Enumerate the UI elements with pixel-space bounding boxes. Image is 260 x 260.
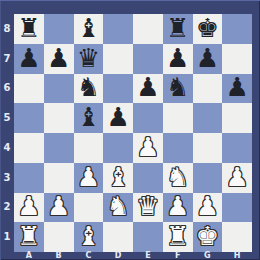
square-b1[interactable] bbox=[44, 222, 74, 252]
piece-white-knight: ♞ bbox=[106, 193, 129, 219]
square-h2[interactable] bbox=[222, 193, 252, 223]
square-e5[interactable] bbox=[133, 103, 163, 133]
square-c7[interactable]: ♛ bbox=[74, 44, 104, 74]
rank-label-2: 2 bbox=[0, 193, 14, 223]
square-d2[interactable]: ♞ bbox=[103, 193, 133, 223]
square-f2[interactable]: ♟ bbox=[163, 193, 193, 223]
piece-white-pawn: ♟ bbox=[196, 193, 219, 219]
square-a4[interactable] bbox=[14, 133, 44, 163]
piece-white-pawn: ♟ bbox=[136, 134, 159, 160]
piece-black-bishop: ♝ bbox=[77, 104, 100, 130]
piece-black-knight: ♞ bbox=[77, 74, 100, 100]
piece-black-pawn: ♟ bbox=[166, 45, 189, 71]
piece-black-king: ♚ bbox=[196, 15, 219, 41]
square-d6[interactable] bbox=[103, 74, 133, 104]
piece-white-pawn: ♟ bbox=[225, 164, 248, 190]
square-g3[interactable] bbox=[193, 163, 223, 193]
piece-white-bishop: ♝ bbox=[106, 164, 129, 190]
square-f4[interactable] bbox=[163, 133, 193, 163]
file-label-b: B bbox=[44, 251, 74, 260]
rank-label-1: 1 bbox=[0, 222, 14, 252]
square-h3[interactable]: ♟ bbox=[222, 163, 252, 193]
square-c5[interactable]: ♝ bbox=[74, 103, 104, 133]
piece-white-pawn: ♟ bbox=[166, 193, 189, 219]
rank-label-8: 8 bbox=[0, 14, 14, 44]
square-h1[interactable] bbox=[222, 222, 252, 252]
file-label-f: F bbox=[163, 251, 193, 260]
piece-white-pawn: ♟ bbox=[17, 193, 40, 219]
square-b8[interactable] bbox=[44, 14, 74, 44]
piece-black-knight: ♞ bbox=[166, 74, 189, 100]
piece-black-pawn: ♟ bbox=[17, 45, 40, 71]
square-f6[interactable]: ♞ bbox=[163, 74, 193, 104]
square-f8[interactable]: ♜ bbox=[163, 14, 193, 44]
square-b7[interactable]: ♟ bbox=[44, 44, 74, 74]
square-a8[interactable]: ♜ bbox=[14, 14, 44, 44]
square-c4[interactable] bbox=[74, 133, 104, 163]
square-f5[interactable] bbox=[163, 103, 193, 133]
square-d3[interactable]: ♝ bbox=[103, 163, 133, 193]
square-d7[interactable] bbox=[103, 44, 133, 74]
square-b4[interactable] bbox=[44, 133, 74, 163]
rank-label-7: 7 bbox=[0, 44, 14, 74]
square-f1[interactable]: ♜ bbox=[163, 222, 193, 252]
square-e8[interactable] bbox=[133, 14, 163, 44]
square-g7[interactable]: ♟ bbox=[193, 44, 223, 74]
square-h5[interactable] bbox=[222, 103, 252, 133]
square-h4[interactable] bbox=[222, 133, 252, 163]
square-g1[interactable]: ♚ bbox=[193, 222, 223, 252]
square-a7[interactable]: ♟ bbox=[14, 44, 44, 74]
square-h7[interactable] bbox=[222, 44, 252, 74]
file-label-a: A bbox=[14, 251, 44, 260]
square-b5[interactable] bbox=[44, 103, 74, 133]
piece-black-pawn: ♟ bbox=[106, 104, 129, 130]
square-c1[interactable]: ♝ bbox=[74, 222, 104, 252]
square-c3[interactable]: ♟ bbox=[74, 163, 104, 193]
file-label-g: G bbox=[193, 251, 223, 260]
piece-white-knight: ♞ bbox=[166, 164, 189, 190]
square-e1[interactable] bbox=[133, 222, 163, 252]
square-h8[interactable] bbox=[222, 14, 252, 44]
rank-label-4: 4 bbox=[0, 133, 14, 163]
square-c2[interactable] bbox=[74, 193, 104, 223]
square-f3[interactable]: ♞ bbox=[163, 163, 193, 193]
square-c6[interactable]: ♞ bbox=[74, 74, 104, 104]
square-h6[interactable]: ♟ bbox=[222, 74, 252, 104]
square-d5[interactable]: ♟ bbox=[103, 103, 133, 133]
square-d1[interactable] bbox=[103, 222, 133, 252]
square-d4[interactable] bbox=[103, 133, 133, 163]
square-f7[interactable]: ♟ bbox=[163, 44, 193, 74]
piece-white-bishop: ♝ bbox=[77, 223, 100, 249]
rank-label-3: 3 bbox=[0, 163, 14, 193]
square-e3[interactable] bbox=[133, 163, 163, 193]
piece-black-pawn: ♟ bbox=[225, 74, 248, 100]
square-g8[interactable]: ♚ bbox=[193, 14, 223, 44]
piece-white-king: ♚ bbox=[196, 223, 219, 249]
square-g4[interactable] bbox=[193, 133, 223, 163]
piece-white-pawn: ♟ bbox=[77, 164, 100, 190]
piece-black-rook: ♜ bbox=[17, 15, 40, 41]
square-a3[interactable] bbox=[14, 163, 44, 193]
square-e7[interactable] bbox=[133, 44, 163, 74]
square-e6[interactable]: ♟ bbox=[133, 74, 163, 104]
square-b3[interactable] bbox=[44, 163, 74, 193]
square-e2[interactable]: ♛ bbox=[133, 193, 163, 223]
piece-white-pawn: ♟ bbox=[47, 193, 70, 219]
piece-white-rook: ♜ bbox=[166, 223, 189, 249]
square-g5[interactable] bbox=[193, 103, 223, 133]
file-label-h: H bbox=[222, 251, 252, 260]
file-label-e: E bbox=[133, 251, 163, 260]
square-e4[interactable]: ♟ bbox=[133, 133, 163, 163]
rank-label-6: 6 bbox=[0, 74, 14, 104]
square-g6[interactable] bbox=[193, 74, 223, 104]
square-d8[interactable] bbox=[103, 14, 133, 44]
square-a1[interactable]: ♜ bbox=[14, 222, 44, 252]
square-g2[interactable]: ♟ bbox=[193, 193, 223, 223]
piece-white-queen: ♛ bbox=[136, 193, 159, 219]
square-a5[interactable] bbox=[14, 103, 44, 133]
piece-black-bishop: ♝ bbox=[77, 15, 100, 41]
piece-black-rook: ♜ bbox=[166, 15, 189, 41]
square-c8[interactable]: ♝ bbox=[74, 14, 104, 44]
square-a6[interactable] bbox=[14, 74, 44, 104]
piece-black-pawn: ♟ bbox=[196, 45, 219, 71]
square-b6[interactable] bbox=[44, 74, 74, 104]
piece-black-queen: ♛ bbox=[77, 45, 100, 71]
file-label-d: D bbox=[103, 251, 133, 260]
piece-white-rook: ♜ bbox=[17, 223, 40, 249]
piece-black-pawn: ♟ bbox=[47, 45, 70, 71]
chess-board: ♜♝♜♚♟♟♛♟♟♞♟♞♟♝♟♟♟♝♞♟♟♟♞♛♟♟♜♝♜♚ bbox=[14, 14, 252, 252]
square-b2[interactable]: ♟ bbox=[44, 193, 74, 223]
square-a2[interactable]: ♟ bbox=[14, 193, 44, 223]
chess-board-frame: 87654321 ♜♝♜♚♟♟♛♟♟♞♟♞♟♝♟♟♟♝♞♟♟♟♞♛♟♟♜♝♜♚ … bbox=[0, 0, 260, 260]
file-label-c: C bbox=[74, 251, 104, 260]
rank-label-5: 5 bbox=[0, 103, 14, 133]
file-labels: ABCDEFGH bbox=[14, 251, 252, 260]
rank-labels: 87654321 bbox=[0, 14, 14, 252]
piece-black-pawn: ♟ bbox=[136, 74, 159, 100]
